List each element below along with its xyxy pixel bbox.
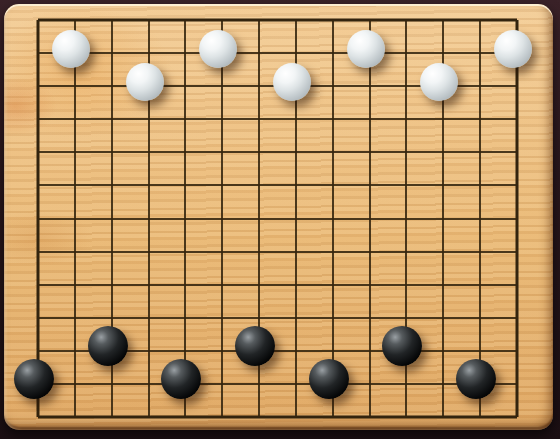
grid-line [38,52,517,54]
grid-line [332,20,334,417]
grid-line [38,284,517,286]
grid-line [38,184,517,186]
grid-line [38,317,517,319]
grid-line [38,151,517,153]
grid-line [74,20,76,417]
grid-line [516,20,519,417]
grid-line [37,20,40,417]
grid-line [221,20,223,417]
grid-line [38,383,517,385]
go-board[interactable] [4,4,553,430]
black-stone[interactable] [382,326,422,366]
black-stone[interactable] [235,326,275,366]
board-grid[interactable] [38,20,517,417]
white-stone[interactable] [494,30,532,68]
white-stone[interactable] [199,30,237,68]
grid-line [38,118,517,120]
grid-line [38,218,517,220]
grid-line [38,19,517,22]
grid-line [369,20,371,417]
white-stone[interactable] [52,30,90,68]
app-background [0,0,560,439]
grid-line [479,20,481,417]
grid-line [38,251,517,253]
white-stone[interactable] [420,63,458,101]
grid-line [184,20,186,417]
black-stone[interactable] [88,326,128,366]
white-stone[interactable] [273,63,311,101]
black-stone[interactable] [456,359,496,399]
white-stone[interactable] [347,30,385,68]
black-stone[interactable] [309,359,349,399]
black-stone[interactable] [14,359,54,399]
grid-line [38,416,517,419]
black-stone[interactable] [161,359,201,399]
white-stone[interactable] [126,63,164,101]
